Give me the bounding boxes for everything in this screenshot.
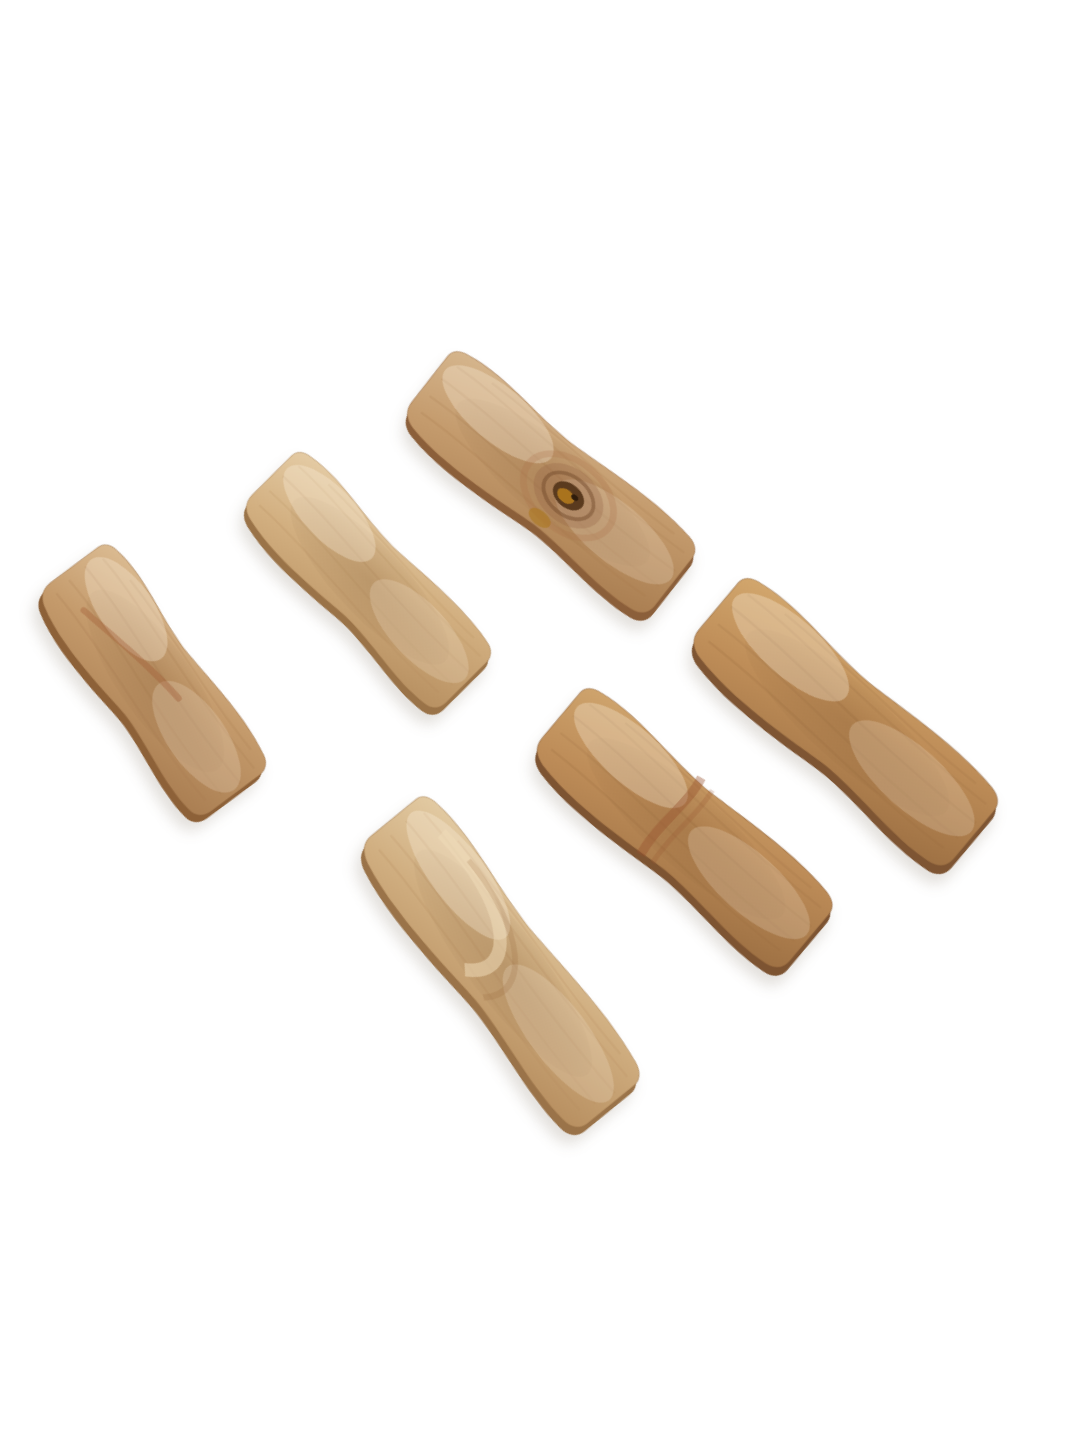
product-photo-canvas: [0, 0, 1080, 1440]
wooden-rest-1: [20, 525, 286, 834]
